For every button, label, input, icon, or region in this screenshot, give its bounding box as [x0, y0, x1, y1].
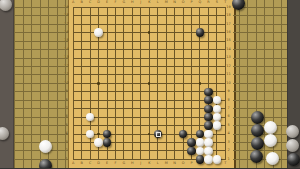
col-label: K: [148, 162, 150, 166]
star-point: [97, 82, 99, 84]
gray-stone: [0, 0, 12, 11]
col-label: F: [115, 1, 117, 5]
col-label: B: [81, 162, 83, 166]
grid-line: [233, 83, 287, 84]
grid-line: [216, 7, 217, 160]
black-stone: [204, 121, 212, 129]
row-label: 6: [227, 115, 229, 119]
col-label: M: [165, 162, 168, 166]
black-stone: [103, 138, 111, 146]
col-label: P: [190, 1, 192, 5]
grid-line: [14, 58, 68, 59]
grid-line: [233, 58, 287, 59]
white-stone: [86, 130, 94, 138]
black-stone: [204, 96, 212, 104]
col-label: P: [190, 162, 192, 166]
grid-line: [14, 134, 68, 135]
grid-line: [233, 74, 287, 75]
grid-line: [14, 100, 68, 101]
star-point: [199, 82, 201, 84]
black-stone: [179, 130, 187, 138]
row-label: 4: [227, 132, 229, 136]
row-label: 19: [226, 6, 230, 10]
grid-line: [233, 100, 287, 101]
grid-line: [191, 7, 192, 160]
col-label: L: [157, 1, 159, 5]
white-stone: [94, 28, 102, 36]
black-stone: [251, 137, 264, 150]
black-stone: [250, 150, 263, 163]
grid-line: [73, 117, 226, 118]
row-label: 18: [226, 14, 230, 18]
black-stone: [251, 111, 264, 124]
col-label: D: [97, 162, 100, 166]
col-label: K: [148, 1, 150, 5]
grid-line: [14, 41, 68, 42]
col-label: L: [157, 162, 159, 166]
black-stone: [204, 88, 212, 96]
grid-line: [73, 100, 226, 101]
grid-line: [233, 24, 287, 25]
grid-line: [14, 24, 68, 25]
grid-line: [14, 49, 68, 50]
grid-line: [233, 91, 287, 92]
white-stone: [213, 96, 221, 104]
grid-line: [14, 83, 68, 84]
grid-line: [14, 74, 68, 75]
grid-line: [14, 125, 68, 126]
col-label: T: [224, 162, 226, 166]
col-label: E: [106, 162, 108, 166]
grid-line: [73, 125, 226, 126]
black-stone: [196, 155, 204, 163]
grid-line: [14, 32, 68, 33]
go-app-screen: AA1919BB1818CC1717DD1616EE1515FF1414GG13…: [0, 0, 300, 168]
row-label: 8: [227, 99, 229, 103]
row-label: 12: [226, 65, 230, 69]
row-label: 3: [227, 141, 229, 145]
col-label: R: [207, 1, 209, 5]
col-label: F: [115, 162, 117, 166]
row-label: 2: [227, 149, 229, 153]
white-stone: [213, 155, 221, 163]
col-label: M: [165, 1, 168, 5]
black-stone: [251, 124, 264, 137]
grid-line: [14, 66, 68, 67]
black-stone: [187, 147, 195, 155]
grid-line: [73, 108, 226, 109]
black-stone: [196, 28, 204, 36]
col-label: C: [89, 1, 91, 5]
grid-line: [14, 117, 68, 118]
grid-line: [233, 49, 287, 50]
black-stone: [232, 0, 245, 10]
white-stone: [86, 113, 94, 121]
white-stone: [204, 147, 212, 155]
white-stone: [94, 138, 102, 146]
white-stone: [213, 105, 221, 113]
col-label: N: [173, 1, 176, 5]
gray-stone: [0, 127, 9, 140]
row-label: 9: [227, 90, 229, 94]
gray-stone: [286, 125, 299, 138]
col-label: G: [123, 1, 126, 5]
white-stone: [204, 130, 212, 138]
row-label: 13: [226, 56, 230, 60]
col-label: J: [140, 1, 141, 5]
grid-line: [14, 108, 68, 109]
grid-line: [73, 91, 226, 92]
white-stone: [204, 155, 212, 163]
grid-line: [14, 91, 68, 92]
grid-line: [14, 15, 68, 16]
white-stone: [196, 147, 204, 155]
row-label: 5: [227, 124, 229, 128]
grid-line: [233, 41, 287, 42]
col-label: N: [173, 162, 176, 166]
last-move-marker: [156, 132, 161, 137]
left-tray: [0, 0, 14, 168]
black-stone: [103, 130, 111, 138]
black-stone: [187, 138, 195, 146]
row-label: 10: [226, 82, 230, 86]
col-label: J: [140, 162, 141, 166]
white-stone: [196, 138, 204, 146]
grid-line: [174, 7, 175, 160]
row-label: 11: [226, 73, 230, 77]
black-stone: [39, 159, 52, 169]
row-label: 7: [227, 107, 229, 111]
row-label: 16: [226, 31, 230, 35]
col-label: H: [131, 1, 134, 5]
col-label: E: [106, 1, 108, 5]
star-point: [97, 133, 99, 135]
white-stone: [213, 113, 221, 121]
col-label: B: [81, 1, 83, 5]
row-label: 14: [226, 48, 230, 52]
grid-line: [233, 108, 287, 109]
row-label: 17: [226, 23, 230, 27]
grid-line: [14, 7, 68, 8]
black-stone: [204, 105, 212, 113]
row-label: 1: [227, 158, 229, 162]
black-stone: [204, 113, 212, 121]
col-label: A: [72, 1, 74, 5]
white-stone: [204, 138, 212, 146]
grid-line: [233, 66, 287, 67]
col-label: O: [182, 162, 185, 166]
black-stone: [196, 130, 204, 138]
gray-stone: [286, 139, 299, 152]
col-label: H: [131, 162, 134, 166]
grid-line: [233, 15, 287, 16]
col-label: D: [97, 1, 100, 5]
col-label: A: [72, 162, 74, 166]
col-label: G: [123, 162, 126, 166]
white-stone: [266, 152, 279, 165]
col-label: S: [216, 1, 218, 5]
white-stone: [264, 134, 277, 147]
white-stone: [264, 121, 277, 134]
grid-line: [166, 7, 167, 160]
go-board[interactable]: AA1919BB1818CC1717DD1616EE1515FF1414GG13…: [68, 0, 236, 168]
row-label: 15: [226, 39, 230, 43]
col-label: T: [224, 1, 226, 5]
col-label: O: [182, 1, 185, 5]
black-stone: [287, 153, 300, 166]
col-label: C: [89, 162, 91, 166]
white-stone: [213, 121, 221, 129]
col-label: Q: [199, 1, 202, 5]
white-stone: [39, 140, 52, 153]
grid-line: [233, 32, 287, 33]
